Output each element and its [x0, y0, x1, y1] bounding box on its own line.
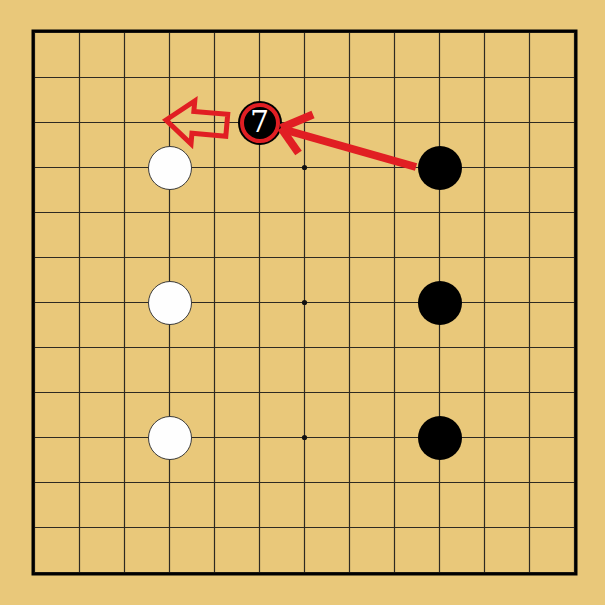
stone-black-F11-move-7[interactable]: 7 [238, 101, 282, 145]
stone-black-K7[interactable] [418, 281, 462, 325]
go-board[interactable]: 7 [12, 10, 597, 595]
stone-black-K4[interactable] [418, 416, 462, 460]
go-board-canvas: 7 [0, 0, 605, 605]
move-number-label: 7 [238, 101, 282, 145]
stone-white-D4[interactable] [148, 416, 192, 460]
stone-white-D7[interactable] [148, 281, 192, 325]
stone-black-K10[interactable] [418, 146, 462, 190]
stone-white-D10[interactable] [148, 146, 192, 190]
